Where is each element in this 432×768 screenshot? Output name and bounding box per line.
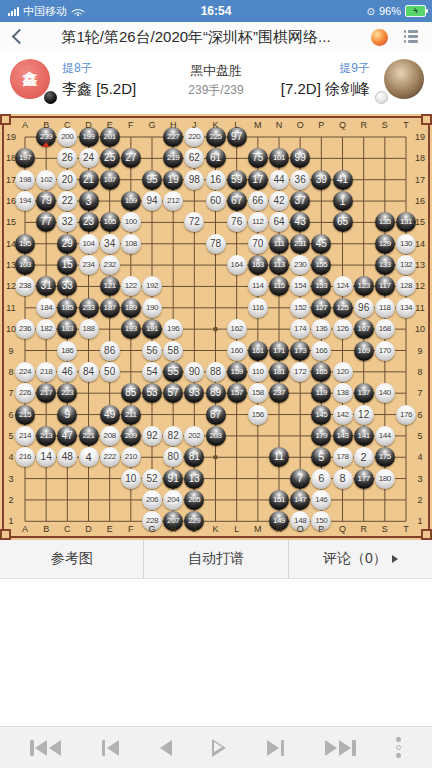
stone-F11: 189 xyxy=(121,298,141,318)
stone-D5: 221 xyxy=(79,426,99,446)
stone-L16: 67 xyxy=(227,191,247,211)
stone-L13: 164 xyxy=(227,255,247,275)
stone-P3: 6 xyxy=(311,469,331,489)
stone-E9: 86 xyxy=(100,341,120,361)
player-info-bar: 鑫 提8子 李鑫 [5.2D] 黑中盘胜 239手/239 提9子 [7.2D]… xyxy=(0,52,432,114)
stone-N9: 171 xyxy=(269,341,289,361)
stone-Q10: 126 xyxy=(333,319,353,339)
stone-M14: 70 xyxy=(248,234,268,254)
stone-B17: 102 xyxy=(36,170,56,190)
stone-K19: 225 xyxy=(206,127,226,147)
stone-C6: 9 xyxy=(57,405,77,425)
stone-P6: 145 xyxy=(311,405,331,425)
stone-N13: 113 xyxy=(269,255,289,275)
stone-C17: 20 xyxy=(57,170,77,190)
stone-D14: 104 xyxy=(79,234,99,254)
stone-Q15: 65 xyxy=(333,212,353,232)
stone-O9: 173 xyxy=(290,341,310,361)
stone-R4: 2 xyxy=(354,447,374,467)
stone-E14: 34 xyxy=(100,234,120,254)
stone-F5: 209 xyxy=(121,426,141,446)
stone-E12: 121 xyxy=(100,276,120,296)
stone-F16: 109 xyxy=(121,191,141,211)
content-area xyxy=(0,579,432,726)
stone-E6: 49 xyxy=(100,405,120,425)
stone-D19: 199 xyxy=(79,127,99,147)
stone-B11: 184 xyxy=(36,298,56,318)
wifi-icon xyxy=(71,6,84,16)
stone-S14: 129 xyxy=(375,234,395,254)
stone-M8: 110 xyxy=(248,362,268,382)
stone-D8: 84 xyxy=(79,362,99,382)
stone-F4: 210 xyxy=(121,447,141,467)
stone-M7: 158 xyxy=(248,383,268,403)
stone-R3: 177 xyxy=(354,469,374,489)
stone-K8: 88 xyxy=(206,362,226,382)
stone-H5: 82 xyxy=(163,426,183,446)
stone-S3: 180 xyxy=(375,469,395,489)
stone-B5: 213 xyxy=(36,426,56,446)
stone-E11: 187 xyxy=(100,298,120,318)
stone-G9: 56 xyxy=(142,341,162,361)
stone-D13: 234 xyxy=(79,255,99,275)
app-logo-icon[interactable] xyxy=(371,29,388,46)
stone-O3: 7 xyxy=(290,469,310,489)
stone-E18: 25 xyxy=(100,148,120,168)
stone-O11: 152 xyxy=(290,298,310,318)
stone-S13: 133 xyxy=(375,255,395,275)
stone-E15: 105 xyxy=(100,212,120,232)
stone-R9: 169 xyxy=(354,341,374,361)
white-player-avatar xyxy=(384,59,424,99)
stone-L7: 157 xyxy=(227,383,247,403)
stone-D16: 3 xyxy=(79,191,99,211)
stone-A14: 195 xyxy=(15,234,35,254)
stone-S10: 168 xyxy=(375,319,395,339)
stone-G8: 54 xyxy=(142,362,162,382)
stone-A13: 103 xyxy=(15,255,35,275)
app-screen: 中国移动 16:54 ⊙ 96% ϟ 第1轮/第26台/2020年“深圳杯”围棋… xyxy=(0,0,432,768)
stone-A16: 194 xyxy=(15,191,35,211)
stone-N16: 42 xyxy=(269,191,289,211)
white-capture-label: 提9子 xyxy=(339,60,370,77)
tab-reference-diagram[interactable]: 参考图 xyxy=(0,540,143,578)
go-board[interactable]: 2392001992012272202259719726242527219626… xyxy=(0,114,432,540)
stone-D10: 188 xyxy=(79,319,99,339)
stone-L8: 159 xyxy=(227,362,247,382)
more-menu-button[interactable] xyxy=(396,736,401,760)
stone-G16: 94 xyxy=(142,191,162,211)
nav-bar: 第1轮/第26台/2020年“深圳杯”围棋网络... xyxy=(0,22,432,53)
status-bar: 中国移动 16:54 ⊙ 96% ϟ xyxy=(0,0,432,22)
stone-L10: 162 xyxy=(227,319,247,339)
tab-comments[interactable]: 评论（0） xyxy=(288,540,432,578)
stone-A17: 198 xyxy=(15,170,35,190)
stone-N2: 151 xyxy=(269,490,289,510)
stone-S5: 144 xyxy=(375,426,395,446)
stone-M17: 17 xyxy=(248,170,268,190)
stone-K7: 89 xyxy=(206,383,226,403)
stone-P9: 166 xyxy=(311,341,331,361)
stone-G10: 191 xyxy=(142,319,162,339)
forward-play-button[interactable] xyxy=(212,736,226,760)
stone-M16: 66 xyxy=(248,191,268,211)
stone-G17: 95 xyxy=(142,170,162,190)
stone-G11: 190 xyxy=(142,298,162,318)
stone-M6: 156 xyxy=(248,405,268,425)
back-many-button[interactable] xyxy=(102,736,119,760)
right-arrow-icon xyxy=(392,555,398,563)
stone-B8: 218 xyxy=(36,362,56,382)
stone-H2: 204 xyxy=(163,490,183,510)
back-one-button[interactable] xyxy=(160,736,172,760)
stone-A10: 236 xyxy=(15,319,35,339)
stone-K5: 203 xyxy=(206,426,226,446)
stone-G5: 92 xyxy=(142,426,162,446)
game-list-icon[interactable] xyxy=(404,30,419,43)
stone-K14: 78 xyxy=(206,234,226,254)
stone-A8: 224 xyxy=(15,362,35,382)
stone-Q11: 125 xyxy=(333,298,353,318)
stone-S9: 170 xyxy=(375,341,395,361)
stone-N17: 44 xyxy=(269,170,289,190)
stone-Q4: 178 xyxy=(333,447,353,467)
stone-D17: 21 xyxy=(79,170,99,190)
forward-one-button[interactable] xyxy=(267,736,284,760)
tab-bar: 参考图 自动打谱 评论（0） xyxy=(0,540,432,579)
stone-R12: 123 xyxy=(354,276,374,296)
stone-Q17: 41 xyxy=(333,170,353,190)
stone-E8: 50 xyxy=(100,362,120,382)
stone-K18: 61 xyxy=(206,148,226,168)
stone-R7: 137 xyxy=(354,383,374,403)
stone-R11: 96 xyxy=(354,298,374,318)
page-title: 第1轮/第26台/2020年“深圳杯”围棋网络... xyxy=(36,28,356,47)
stone-F14: 108 xyxy=(121,234,141,254)
stone-R5: 141 xyxy=(354,426,374,446)
stone-C9: 186 xyxy=(57,341,77,361)
stone-Q12: 124 xyxy=(333,276,353,296)
white-stone-icon xyxy=(375,91,388,104)
battery-percent-label: 96% xyxy=(379,5,401,17)
stone-H9: 58 xyxy=(163,341,183,361)
stone-P14: 45 xyxy=(311,234,331,254)
stone-L19: 97 xyxy=(227,127,247,147)
stone-K17: 16 xyxy=(206,170,226,190)
skip-to-end-button[interactable] xyxy=(325,736,356,760)
carrier-label: 中国移动 xyxy=(23,4,67,19)
stone-N8: 181 xyxy=(269,362,289,382)
stone-P11: 127 xyxy=(311,298,331,318)
stone-C11: 185 xyxy=(57,298,77,318)
stone-O14: 231 xyxy=(290,234,310,254)
stone-K16: 60 xyxy=(206,191,226,211)
stone-F6: 211 xyxy=(121,405,141,425)
tab-auto-replay[interactable]: 自动打谱 xyxy=(143,540,287,578)
signal-icon xyxy=(8,7,19,16)
stone-K6: 87 xyxy=(206,405,226,425)
stone-F7: 85 xyxy=(121,383,141,403)
stone-C14: 29 xyxy=(57,234,77,254)
stone-F10: 193 xyxy=(121,319,141,339)
stone-F3: 10 xyxy=(121,469,141,489)
stone-L9: 160 xyxy=(227,341,247,361)
stone-A5: 214 xyxy=(15,426,35,446)
stone-E5: 208 xyxy=(100,426,120,446)
location-icon: ⊙ xyxy=(367,6,375,17)
stone-Q3: 8 xyxy=(333,469,353,489)
stone-L15: 76 xyxy=(227,212,247,232)
stone-Q6: 142 xyxy=(333,405,353,425)
stone-Q8: 120 xyxy=(333,362,353,382)
stone-S7: 140 xyxy=(375,383,395,403)
stone-O8: 172 xyxy=(290,362,310,382)
stone-M9: 161 xyxy=(248,341,268,361)
stone-P17: 39 xyxy=(311,170,331,190)
white-player-name: [7.2D] 徐剑峰 xyxy=(281,80,370,99)
stone-O17: 36 xyxy=(290,170,310,190)
stone-O2: 147 xyxy=(290,490,310,510)
stone-N14: 111 xyxy=(269,234,289,254)
stone-M11: 116 xyxy=(248,298,268,318)
stone-G2: 206 xyxy=(142,490,162,510)
stone-E13: 232 xyxy=(100,255,120,275)
stone-Q5: 143 xyxy=(333,426,353,446)
stone-S4: 175 xyxy=(375,447,395,467)
back-chevron-icon[interactable] xyxy=(12,29,28,45)
stone-J17: 98 xyxy=(184,170,204,190)
stone-H17: 19 xyxy=(163,170,183,190)
stone-H8: 55 xyxy=(163,362,183,382)
stone-A6: 215 xyxy=(15,405,35,425)
battery-charging-icon: ϟ xyxy=(405,5,426,17)
stone-E4: 222 xyxy=(100,447,120,467)
stone-S11: 118 xyxy=(375,298,395,318)
stone-H3: 91 xyxy=(163,469,183,489)
stone-Q16: 1 xyxy=(333,191,353,211)
stone-D4: 4 xyxy=(79,447,99,467)
stone-D15: 23 xyxy=(79,212,99,232)
stone-L17: 59 xyxy=(227,170,247,190)
stone-R6: 12 xyxy=(354,405,374,425)
stone-Q7: 138 xyxy=(333,383,353,403)
skip-to-start-button[interactable] xyxy=(30,736,61,760)
stone-R10: 167 xyxy=(354,319,374,339)
stone-M13: 163 xyxy=(248,255,268,275)
playback-toolbar xyxy=(0,726,432,768)
stone-D18: 24 xyxy=(79,148,99,168)
stone-D11: 233 xyxy=(79,298,99,318)
stone-E17: 107 xyxy=(100,170,120,190)
stone-G3: 52 xyxy=(142,469,162,489)
stone-E19: 201 xyxy=(100,127,120,147)
stone-J3: 13 xyxy=(184,469,204,489)
